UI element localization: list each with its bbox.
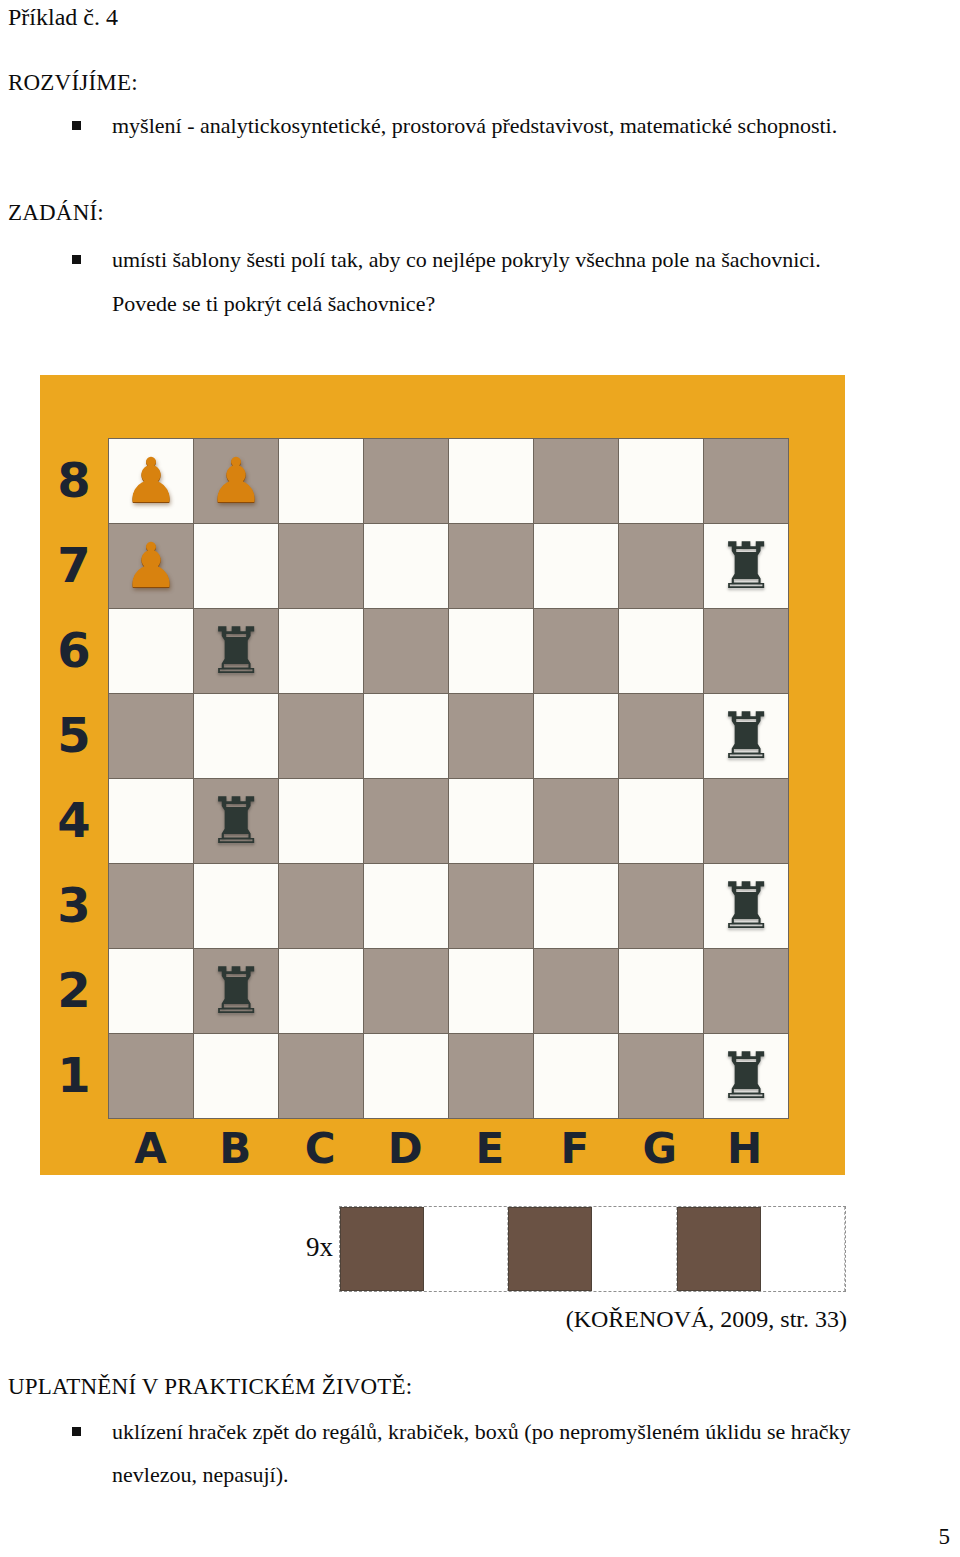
rank-label-2: 2 — [40, 947, 108, 1032]
square-g5 — [619, 694, 703, 778]
strip-cell-2-light — [424, 1207, 508, 1291]
square-b6: ♜ — [194, 609, 278, 693]
square-g6 — [619, 609, 703, 693]
square-c4 — [279, 779, 363, 863]
square-a8: ♟ — [109, 439, 193, 523]
rozvijime-bullet-text: myšlení - analytickosyntetické, prostoro… — [112, 112, 837, 140]
black-rook-b2: ♜ — [207, 959, 264, 1023]
strip-cell-6-light — [761, 1207, 845, 1291]
file-labels: ABCDEFGH — [108, 1117, 787, 1175]
square-c3 — [279, 864, 363, 948]
black-rook-b4: ♜ — [207, 789, 264, 853]
file-label-a: A — [108, 1117, 193, 1175]
square-g7 — [619, 524, 703, 608]
chess-board: 87654321 ♟♟♟♜♜♜♜♜♜♜ ABCDEFGH — [40, 375, 845, 1175]
square-h2 — [704, 949, 788, 1033]
strip-cell-4-light — [592, 1207, 676, 1291]
square-e6 — [449, 609, 533, 693]
square-d7 — [364, 524, 448, 608]
square-f3 — [534, 864, 618, 948]
square-b7 — [194, 524, 278, 608]
black-rook-h1: ♜ — [717, 1044, 774, 1108]
square-g8 — [619, 439, 703, 523]
square-b2: ♜ — [194, 949, 278, 1033]
square-b1 — [194, 1034, 278, 1118]
bullet-square-icon — [72, 1427, 81, 1436]
uplatneni-bullet-text-line2: nevlezou, nepasují). — [112, 1462, 289, 1488]
rank-label-8: 8 — [40, 438, 108, 523]
uplatneni-bullet-item: uklízení hraček zpět do regálů, krabiček… — [72, 1418, 956, 1446]
square-b4: ♜ — [194, 779, 278, 863]
black-rook-b6: ♜ — [207, 619, 264, 683]
square-f8 — [534, 439, 618, 523]
square-e2 — [449, 949, 533, 1033]
square-h5: ♜ — [704, 694, 788, 778]
square-d8 — [364, 439, 448, 523]
strip-cell-1-dark — [340, 1207, 424, 1291]
six-square-template-strip — [339, 1206, 846, 1292]
square-h4 — [704, 779, 788, 863]
rozvijime-bullet-item: myšlení - analytickosyntetické, prostoro… — [72, 112, 952, 140]
board-grid: ♟♟♟♜♜♜♜♜♜♜ — [108, 438, 789, 1119]
square-e7 — [449, 524, 533, 608]
square-f5 — [534, 694, 618, 778]
square-f1 — [534, 1034, 618, 1118]
square-f2 — [534, 949, 618, 1033]
square-h8 — [704, 439, 788, 523]
square-d1 — [364, 1034, 448, 1118]
uplatneni-bullet-text: uklízení hraček zpět do regálů, krabiček… — [112, 1418, 851, 1446]
square-d2 — [364, 949, 448, 1033]
square-c8 — [279, 439, 363, 523]
section-heading-rozvijime: ROZVÍJÍME: — [8, 70, 138, 96]
rank-label-3: 3 — [40, 862, 108, 947]
square-a4 — [109, 779, 193, 863]
rank-label-4: 4 — [40, 778, 108, 863]
square-e1 — [449, 1034, 533, 1118]
zadani-bullet-text-line2: Povede se ti pokrýt celá šachovnice? — [112, 291, 435, 317]
square-h3: ♜ — [704, 864, 788, 948]
square-h7: ♜ — [704, 524, 788, 608]
section-heading-uplatneni: UPLATNĚNÍ V PRAKTICKÉM ŽIVOTĚ: — [8, 1374, 412, 1400]
square-d4 — [364, 779, 448, 863]
white-pawn-a8: ♟ — [123, 450, 179, 512]
file-label-d: D — [363, 1117, 448, 1175]
square-f4 — [534, 779, 618, 863]
black-rook-h3: ♜ — [717, 874, 774, 938]
square-c2 — [279, 949, 363, 1033]
square-a3 — [109, 864, 193, 948]
square-b3 — [194, 864, 278, 948]
square-a2 — [109, 949, 193, 1033]
square-a1 — [109, 1034, 193, 1118]
square-d3 — [364, 864, 448, 948]
square-d5 — [364, 694, 448, 778]
square-g1 — [619, 1034, 703, 1118]
file-label-h: H — [702, 1117, 787, 1175]
file-label-c: C — [278, 1117, 363, 1175]
black-rook-h5: ♜ — [717, 704, 774, 768]
bullet-square-icon — [72, 255, 81, 264]
square-c7 — [279, 524, 363, 608]
rank-label-7: 7 — [40, 523, 108, 608]
zadani-bullet-text: umísti šablony šesti polí tak, aby co ne… — [112, 246, 821, 274]
square-e8 — [449, 439, 533, 523]
square-c5 — [279, 694, 363, 778]
rank-label-5: 5 — [40, 693, 108, 778]
square-a7: ♟ — [109, 524, 193, 608]
page-number: 5 — [939, 1524, 951, 1550]
white-pawn-a7: ♟ — [123, 535, 179, 597]
square-a6 — [109, 609, 193, 693]
square-a5 — [109, 694, 193, 778]
white-pawn-b8: ♟ — [208, 450, 264, 512]
rank-label-1: 1 — [40, 1032, 108, 1117]
square-f6 — [534, 609, 618, 693]
rank-labels: 87654321 — [40, 438, 108, 1117]
square-g3 — [619, 864, 703, 948]
bullet-square-icon — [72, 121, 81, 130]
citation: (KOŘENOVÁ, 2009, str. 33) — [566, 1306, 847, 1333]
square-h6 — [704, 609, 788, 693]
rank-label-6: 6 — [40, 608, 108, 693]
strip-count-label: 9x — [306, 1232, 333, 1263]
file-label-b: B — [193, 1117, 278, 1175]
zadani-bullet-item: umísti šablony šesti polí tak, aby co ne… — [72, 246, 952, 274]
square-e5 — [449, 694, 533, 778]
page-title: Příklad č. 4 — [8, 4, 118, 31]
square-c1 — [279, 1034, 363, 1118]
black-rook-h7: ♜ — [717, 534, 774, 598]
file-label-f: F — [532, 1117, 617, 1175]
square-h1: ♜ — [704, 1034, 788, 1118]
square-g4 — [619, 779, 703, 863]
square-d6 — [364, 609, 448, 693]
file-label-e: E — [448, 1117, 533, 1175]
square-b8: ♟ — [194, 439, 278, 523]
square-b5 — [194, 694, 278, 778]
square-c6 — [279, 609, 363, 693]
square-e3 — [449, 864, 533, 948]
square-e4 — [449, 779, 533, 863]
strip-cell-5-dark — [677, 1207, 761, 1291]
file-label-g: G — [617, 1117, 702, 1175]
section-heading-zadani: ZADÁNÍ: — [8, 200, 104, 226]
square-g2 — [619, 949, 703, 1033]
square-f7 — [534, 524, 618, 608]
strip-cell-3-dark — [508, 1207, 592, 1291]
